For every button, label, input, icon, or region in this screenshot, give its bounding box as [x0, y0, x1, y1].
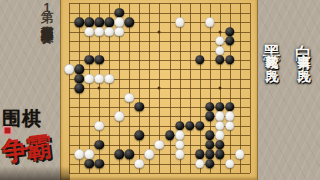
stone-white: [115, 18, 124, 27]
stone-white: [145, 149, 154, 158]
stone-black: [75, 65, 84, 74]
grid-line-v: [170, 3, 171, 173]
player-column-white: 白 申真谞 九段: [292, 0, 315, 61]
stone-black: [135, 131, 144, 140]
stone-black: [85, 55, 94, 64]
weiqi-logo-calligraphy: 争霸: [0, 129, 52, 170]
grid-line-v: [200, 3, 201, 173]
white-color-label: 白: [292, 31, 315, 32]
stone-black: [195, 55, 204, 64]
stone-white: [105, 74, 114, 83]
broadcast-frame: 第1届南洋杯世界大师赛半决赛 围棋 争霸 黑 党毅飞 九段 白 申真谞 九段: [0, 0, 320, 180]
player-column-black: 黑 党毅飞 九段: [260, 0, 283, 61]
grid-line-h: [69, 98, 250, 99]
stone-black: [215, 149, 224, 158]
black-player-name: 党毅飞: [263, 43, 281, 48]
stone-white: [105, 27, 114, 36]
stone-white: [135, 159, 144, 168]
stone-white: [175, 131, 184, 140]
stone-white: [205, 18, 214, 27]
stone-black: [205, 140, 214, 149]
stone-black: [75, 83, 84, 92]
stone-black: [205, 112, 214, 121]
stone-black: [165, 131, 174, 140]
stone-white: [115, 27, 124, 36]
stone-black: [175, 121, 184, 130]
stone-white: [225, 121, 234, 130]
stone-white: [125, 93, 134, 102]
stone-white: [155, 140, 164, 149]
stone-white: [115, 112, 124, 121]
star-point: [158, 87, 161, 90]
white-player-rank: 九段: [295, 58, 313, 61]
stone-black: [95, 159, 104, 168]
white-player-name: 申真谞: [295, 43, 313, 48]
stone-white: [215, 121, 224, 130]
stone-black: [115, 149, 124, 158]
black-color-label: 黑: [260, 31, 283, 32]
stone-white: [64, 65, 73, 74]
grid-line-v: [240, 3, 241, 173]
stone-white: [235, 149, 244, 158]
black-player-rank: 九段: [263, 58, 281, 61]
stone-black: [225, 27, 234, 36]
stone-black: [205, 102, 214, 111]
stone-white: [75, 149, 84, 158]
star-point: [218, 30, 221, 33]
stone-white: [85, 74, 94, 83]
stone-white: [175, 140, 184, 149]
stone-black: [205, 149, 214, 158]
stone-black: [125, 18, 134, 27]
stone-black: [225, 36, 234, 45]
stone-white: [175, 18, 184, 27]
stone-black: [205, 159, 214, 168]
star-point: [158, 30, 161, 33]
grid-line-v: [190, 3, 191, 173]
stone-white: [215, 36, 224, 45]
stone-white: [175, 149, 184, 158]
stone-black: [85, 159, 94, 168]
stone-black: [125, 149, 134, 158]
stone-white: [95, 74, 104, 83]
weiqi-logo: 围棋 争霸: [2, 106, 64, 180]
player-panel: 黑 党毅飞 九段 白 申真谞 九段: [256, 0, 320, 180]
stone-white: [215, 112, 224, 121]
stone-black: [75, 74, 84, 83]
stone-white: [95, 121, 104, 130]
stone-black: [85, 18, 94, 27]
stone-black: [215, 55, 224, 64]
stone-black: [105, 18, 114, 27]
stone-black: [215, 140, 224, 149]
stone-white: [85, 149, 94, 158]
stone-white: [215, 46, 224, 55]
stone-white: [85, 27, 94, 36]
stone-black: [95, 55, 104, 64]
go-board: [60, 0, 258, 180]
stone-black: [115, 8, 124, 17]
stone-black: [185, 121, 194, 130]
star-point: [98, 87, 101, 90]
stone-black: [225, 55, 234, 64]
star-point: [218, 87, 221, 90]
stone-black: [135, 102, 144, 111]
stone-white: [195, 159, 204, 168]
stone-black: [225, 102, 234, 111]
grid-line-v: [250, 3, 251, 173]
stone-black: [195, 121, 204, 130]
grid-line-h: [69, 173, 250, 174]
stone-black: [75, 18, 84, 27]
stone-black: [195, 149, 204, 158]
stone-black: [215, 102, 224, 111]
stone-white: [95, 27, 104, 36]
stone-white: [215, 131, 224, 140]
stone-white: [225, 159, 234, 168]
stone-white: [225, 112, 234, 121]
stone-black: [205, 131, 214, 140]
stone-black: [95, 18, 104, 27]
stone-black: [95, 140, 104, 149]
